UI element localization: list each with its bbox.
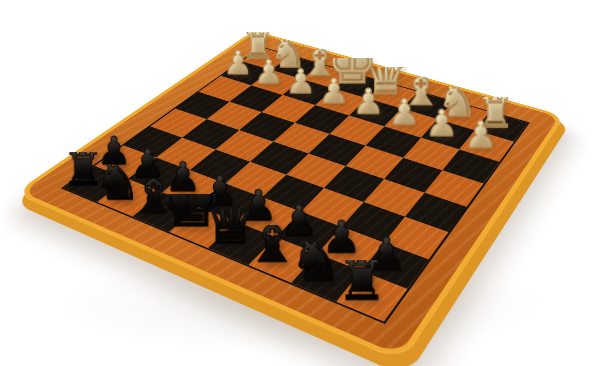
- piece-glyph: ♜: [337, 252, 387, 308]
- white-pawn[interactable]: ♟: [314, 73, 353, 108]
- white-pawn[interactable]: ♟: [348, 83, 388, 119]
- white-pawn[interactable]: ♟: [421, 104, 462, 142]
- black-knight[interactable]: ♞: [290, 242, 342, 289]
- black-rook[interactable]: ♜: [335, 260, 388, 309]
- piece-glyph: ♟: [318, 75, 349, 109]
- piece-glyph: ♟: [425, 106, 458, 142]
- piece-glyph: ♟: [223, 47, 252, 79]
- chess-board-3d: ♜♞♝♚♛♝♞♜♟♟♟♟♟♟♟♟♟♟♟♟♟♟♟♟♜♞♝♚♛♝♞♜: [14, 31, 565, 363]
- scene-3d: ♜♞♝♚♛♝♞♜♟♟♟♟♟♟♟♟♟♟♟♟♟♟♟♟♜♞♝♚♛♝♞♜: [0, 0, 600, 366]
- white-pawn[interactable]: ♟: [459, 115, 501, 153]
- board-frame: ♜♞♝♚♛♝♞♜♟♟♟♟♟♟♟♟♟♟♟♟♟♟♟♟♜♞♝♚♛♝♞♜: [14, 31, 565, 363]
- piece-glyph: ♟: [388, 95, 420, 131]
- piece-glyph: ♟: [285, 65, 315, 99]
- piece-glyph: ♟: [254, 56, 284, 89]
- piece-glyph: ♟: [464, 117, 497, 154]
- white-pawn[interactable]: ♟: [384, 94, 424, 131]
- board-grid: ♜♞♝♚♛♝♞♜♟♟♟♟♟♟♟♟♟♟♟♟♟♟♟♟♜♞♝♚♛♝♞♜: [61, 46, 530, 324]
- product-photo: ♜♞♝♚♛♝♞♜♟♟♟♟♟♟♟♟♟♟♟♟♟♟♟♟♜♞♝♚♛♝♞♜: [0, 0, 600, 366]
- piece-glyph: ♟: [352, 84, 383, 119]
